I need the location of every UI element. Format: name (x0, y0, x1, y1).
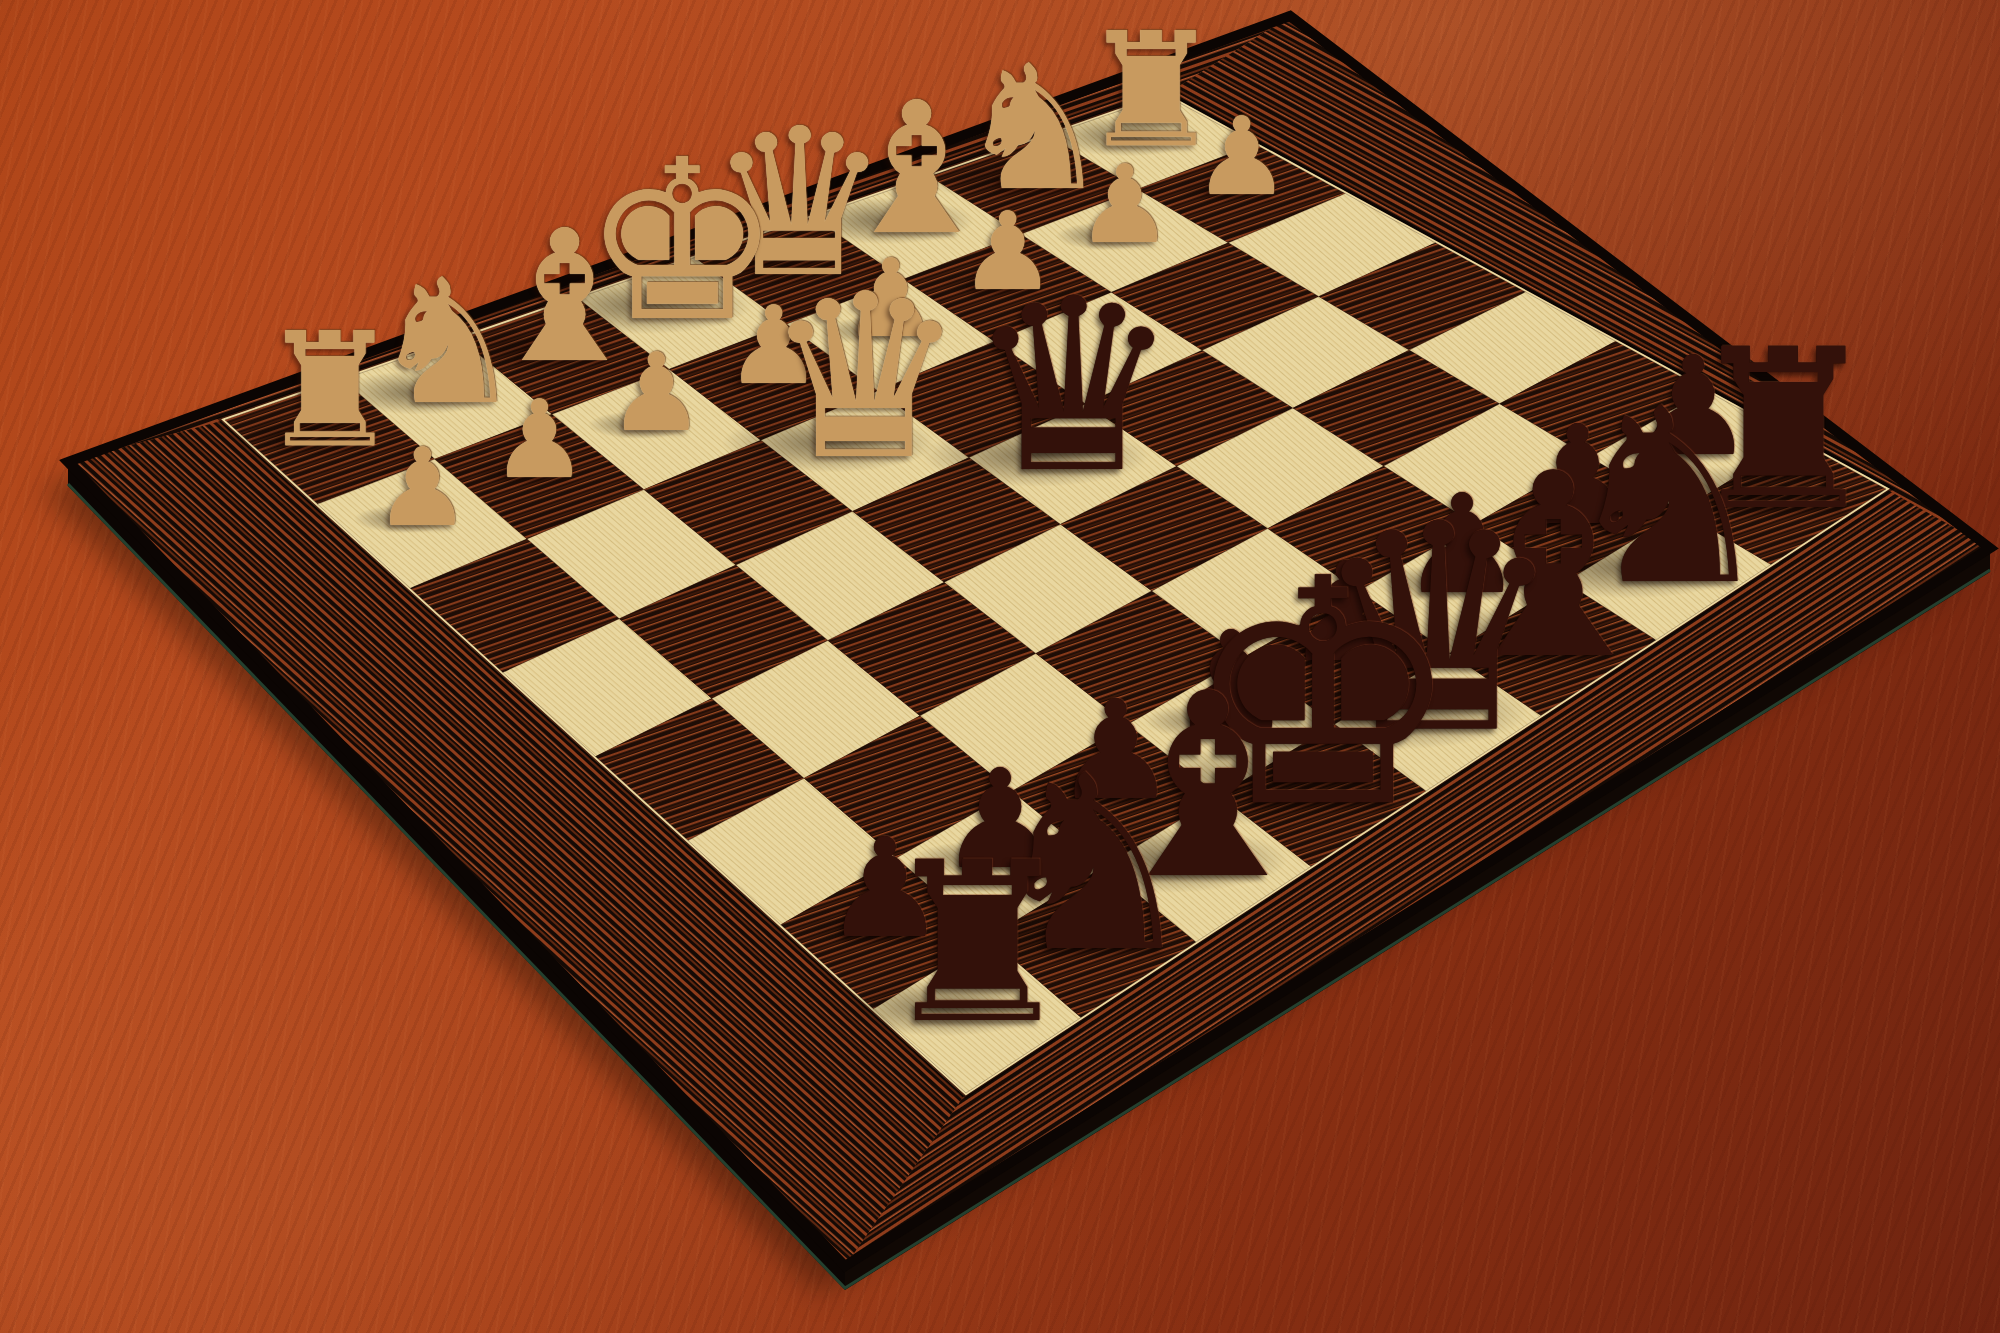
pieces-layer: ♜♞♝♚♛♝♞♜♟♟♟♟♟♟♟♟♛♜♞♝♚♛♝♞♜♟♟♟♟♟♟♟♟♛ (0, 0, 2000, 1333)
table-surface: ♜♞♝♚♛♝♞♜♟♟♟♟♟♟♟♟♛♜♞♝♚♛♝♞♜♟♟♟♟♟♟♟♟♛ (0, 0, 2000, 1333)
white-pawn-a2[interactable]: ♟ (374, 434, 471, 542)
black-queen-e4[interactable]: ♛ (966, 267, 1180, 506)
white-pawn-b2[interactable]: ♟ (491, 387, 588, 495)
white-pawn-g2[interactable]: ♟ (1076, 151, 1173, 259)
white-pawn-c2[interactable]: ♟ (608, 340, 705, 448)
black-rook-a8[interactable]: ♜ (878, 833, 1076, 1054)
white-pawn-h2[interactable]: ♟ (1193, 104, 1290, 212)
